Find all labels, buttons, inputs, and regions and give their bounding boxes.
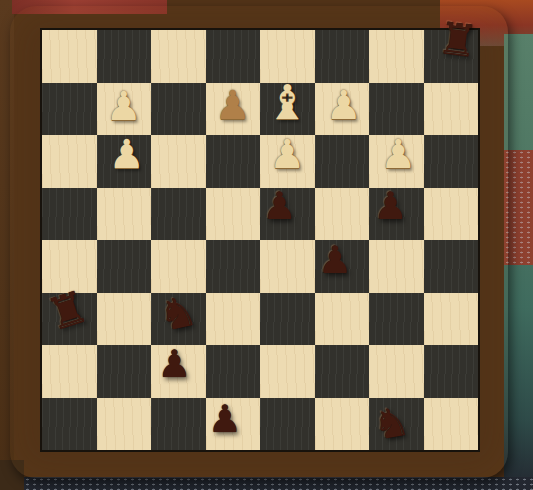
square-d4[interactable]: [206, 240, 261, 293]
board-grid: ♜♟♟♝♟♟♟♟♟♟♟♜♞♟♟♞: [40, 28, 480, 452]
square-g5[interactable]: ♟: [369, 188, 424, 241]
square-g8[interactable]: [369, 30, 424, 83]
piece-black-knight-c3[interactable]: ♞: [155, 289, 201, 338]
square-b7[interactable]: ♟: [97, 83, 152, 136]
carpet-navy-bottom: [10, 477, 533, 490]
square-f1[interactable]: [315, 398, 370, 451]
square-g6[interactable]: ♟: [369, 135, 424, 188]
square-g3[interactable]: [369, 293, 424, 346]
square-g7[interactable]: [369, 83, 424, 136]
square-a6[interactable]: [42, 135, 97, 188]
piece-black-pawn-f4[interactable]: ♟: [318, 241, 352, 279]
piece-black-pawn-e5[interactable]: ♟: [262, 187, 296, 225]
piece-black-knight-g1[interactable]: ♞: [370, 400, 412, 446]
square-c5[interactable]: [151, 188, 206, 241]
square-b5[interactable]: [97, 188, 152, 241]
square-a2[interactable]: [42, 345, 97, 398]
square-d2[interactable]: [206, 345, 261, 398]
square-d5[interactable]: [206, 188, 261, 241]
square-h4[interactable]: [424, 240, 479, 293]
square-c2[interactable]: ♟: [151, 345, 206, 398]
square-e7[interactable]: ♝: [260, 83, 315, 136]
piece-white-pawn-e6[interactable]: ♟: [269, 134, 305, 174]
square-h1[interactable]: [424, 398, 479, 451]
square-g2[interactable]: [369, 345, 424, 398]
square-f7[interactable]: ♟: [315, 83, 370, 136]
square-a3[interactable]: ♜: [42, 293, 97, 346]
square-h2[interactable]: [424, 345, 479, 398]
square-c7[interactable]: [151, 83, 206, 136]
piece-white-pawn-f7[interactable]: ♟: [326, 85, 362, 125]
square-d8[interactable]: [206, 30, 261, 83]
square-f5[interactable]: [315, 188, 370, 241]
square-e2[interactable]: [260, 345, 315, 398]
square-f4[interactable]: ♟: [315, 240, 370, 293]
square-b1[interactable]: [97, 398, 152, 451]
carpet-red-right: [504, 150, 533, 265]
piece-white-pawn-d7[interactable]: ♟: [215, 85, 251, 125]
square-f3[interactable]: [315, 293, 370, 346]
square-f6[interactable]: [315, 135, 370, 188]
square-c1[interactable]: [151, 398, 206, 451]
square-a7[interactable]: [42, 83, 97, 136]
square-e6[interactable]: ♟: [260, 135, 315, 188]
square-b6[interactable]: ♟: [97, 135, 152, 188]
square-g4[interactable]: [369, 240, 424, 293]
piece-white-pawn-b7[interactable]: ♟: [106, 86, 142, 126]
square-h8[interactable]: ♜: [424, 30, 479, 83]
square-e5[interactable]: ♟: [260, 188, 315, 241]
square-b4[interactable]: [97, 240, 152, 293]
square-g1[interactable]: ♞: [369, 398, 424, 451]
square-c4[interactable]: [151, 240, 206, 293]
square-d6[interactable]: [206, 135, 261, 188]
piece-black-rook-h8[interactable]: ♜: [435, 16, 480, 64]
square-b3[interactable]: [97, 293, 152, 346]
square-e3[interactable]: [260, 293, 315, 346]
square-e4[interactable]: [260, 240, 315, 293]
piece-black-rook-a3[interactable]: ♜: [42, 284, 93, 338]
piece-black-pawn-c2[interactable]: ♟: [157, 345, 191, 383]
piece-black-pawn-d1[interactable]: ♟: [208, 400, 242, 438]
square-a8[interactable]: [42, 30, 97, 83]
piece-black-pawn-g5[interactable]: ♟: [373, 187, 407, 225]
square-c6[interactable]: [151, 135, 206, 188]
square-c8[interactable]: [151, 30, 206, 83]
square-h3[interactable]: [424, 293, 479, 346]
square-e1[interactable]: [260, 398, 315, 451]
square-h6[interactable]: [424, 135, 479, 188]
square-f8[interactable]: [315, 30, 370, 83]
piece-white-pawn-g6[interactable]: ♟: [380, 134, 416, 174]
square-b2[interactable]: [97, 345, 152, 398]
piece-white-bishop-e7[interactable]: ♝: [266, 78, 309, 126]
square-h7[interactable]: [424, 83, 479, 136]
square-a5[interactable]: [42, 188, 97, 241]
photo-scene: ♜♟♟♝♟♟♟♟♟♟♟♜♞♟♟♞: [0, 0, 533, 490]
square-c3[interactable]: ♞: [151, 293, 206, 346]
square-a1[interactable]: [42, 398, 97, 451]
square-b8[interactable]: [97, 30, 152, 83]
square-f2[interactable]: [315, 345, 370, 398]
square-d7[interactable]: ♟: [206, 83, 261, 136]
square-d1[interactable]: ♟: [206, 398, 261, 451]
piece-white-pawn-b6[interactable]: ♟: [109, 134, 145, 174]
square-h5[interactable]: [424, 188, 479, 241]
chess-board: ♜♟♟♝♟♟♟♟♟♟♟♜♞♟♟♞: [10, 6, 508, 478]
square-d3[interactable]: [206, 293, 261, 346]
